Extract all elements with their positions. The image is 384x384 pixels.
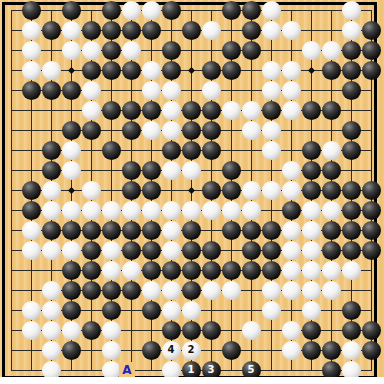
black-stone [62, 261, 81, 280]
black-stone [262, 241, 281, 260]
white-stone [322, 141, 341, 160]
white-stone [342, 1, 361, 20]
black-stone [62, 301, 81, 320]
black-stone [22, 201, 41, 220]
black-stone [82, 281, 101, 300]
black-stone [42, 141, 61, 160]
white-stone [322, 261, 341, 280]
black-stone [222, 161, 241, 180]
white-stone [342, 21, 361, 40]
move-number-stone: 4 [162, 341, 181, 360]
go-board-screenshot: 42135 A [0, 0, 384, 384]
black-stone [362, 61, 381, 80]
black-stone [142, 21, 161, 40]
black-stone [162, 61, 181, 80]
black-stone [142, 101, 161, 120]
black-stone [362, 201, 381, 220]
point-label-A: A [119, 362, 135, 378]
black-stone [182, 321, 201, 340]
black-stone [342, 81, 361, 100]
black-stone [122, 101, 141, 120]
black-stone [282, 201, 301, 220]
black-stone [102, 221, 121, 240]
black-stone [242, 221, 261, 240]
bottom-margin-strip [0, 377, 384, 384]
white-stone [242, 181, 261, 200]
black-stone [322, 241, 341, 260]
white-stone [102, 321, 121, 340]
black-stone [322, 341, 341, 360]
white-stone [82, 81, 101, 100]
white-stone [202, 201, 221, 220]
black-stone [162, 1, 181, 20]
black-stone [142, 301, 161, 320]
white-stone [262, 181, 281, 200]
black-stone [342, 321, 361, 340]
black-stone [182, 121, 201, 140]
black-stone [322, 61, 341, 80]
white-stone [42, 321, 61, 340]
white-stone [42, 301, 61, 320]
white-stone [42, 281, 61, 300]
black-stone [142, 181, 161, 200]
white-stone [82, 101, 101, 120]
white-stone [282, 61, 301, 80]
white-stone [82, 201, 101, 220]
black-stone [42, 81, 61, 100]
white-stone [62, 201, 81, 220]
black-stone [202, 241, 221, 260]
white-stone [162, 221, 181, 240]
white-stone [282, 321, 301, 340]
black-stone [102, 21, 121, 40]
white-stone [302, 221, 321, 240]
white-stone [302, 41, 321, 60]
black-stone [42, 221, 61, 240]
black-stone [322, 101, 341, 120]
black-stone [62, 341, 81, 360]
white-stone [42, 241, 61, 260]
white-stone [202, 81, 221, 100]
black-stone [222, 1, 241, 20]
black-stone [262, 101, 281, 120]
black-stone [182, 21, 201, 40]
white-stone [162, 241, 181, 260]
black-stone [202, 61, 221, 80]
black-stone [222, 181, 241, 200]
white-stone [42, 61, 61, 80]
white-stone [142, 1, 161, 20]
white-stone [282, 281, 301, 300]
white-stone [182, 201, 201, 220]
black-stone [62, 121, 81, 140]
black-stone [222, 41, 241, 60]
black-stone [102, 41, 121, 60]
white-stone [342, 261, 361, 280]
black-stone [342, 141, 361, 160]
go-board[interactable]: 42135 A [0, 0, 384, 377]
white-stone [142, 201, 161, 220]
white-stone [22, 301, 41, 320]
black-stone [102, 61, 121, 80]
black-stone [82, 261, 101, 280]
black-stone [82, 321, 101, 340]
white-stone [22, 61, 41, 80]
black-stone [362, 221, 381, 240]
white-stone [262, 301, 281, 320]
black-stone [182, 141, 201, 160]
black-stone [102, 1, 121, 20]
white-stone [222, 101, 241, 120]
black-stone [82, 121, 101, 140]
black-stone [22, 181, 41, 200]
black-stone [62, 281, 81, 300]
black-stone [82, 221, 101, 240]
white-stone [302, 241, 321, 260]
white-stone [242, 101, 261, 120]
black-stone [222, 341, 241, 360]
white-stone [282, 21, 301, 40]
black-stone [202, 121, 221, 140]
white-stone [182, 301, 201, 320]
black-stone [142, 241, 161, 260]
black-stone [42, 161, 61, 180]
black-stone [342, 241, 361, 260]
white-stone [22, 21, 41, 40]
move-number-stone: 2 [182, 341, 201, 360]
white-stone [22, 221, 41, 240]
white-stone [282, 261, 301, 280]
white-stone [282, 221, 301, 240]
white-stone [122, 201, 141, 220]
black-stone [82, 241, 101, 260]
white-stone [282, 181, 301, 200]
white-stone [162, 161, 181, 180]
white-stone [162, 201, 181, 220]
white-stone [282, 101, 301, 120]
white-stone [342, 341, 361, 360]
black-stone [182, 261, 201, 280]
white-stone [242, 121, 261, 140]
black-stone [22, 81, 41, 100]
black-stone [62, 221, 81, 240]
black-stone [242, 41, 261, 60]
white-stone [302, 301, 321, 320]
black-stone [142, 261, 161, 280]
black-stone [322, 161, 341, 180]
black-stone [242, 261, 261, 280]
white-stone [182, 161, 201, 180]
black-stone [142, 341, 161, 360]
white-stone [282, 161, 301, 180]
white-stone [142, 61, 161, 80]
black-stone [162, 141, 181, 160]
white-stone [102, 241, 121, 260]
white-stone [302, 201, 321, 220]
white-stone [22, 241, 41, 260]
white-stone [162, 81, 181, 100]
white-stone [222, 281, 241, 300]
black-stone [222, 61, 241, 80]
white-stone [282, 241, 301, 260]
black-stone [362, 181, 381, 200]
black-stone [242, 21, 261, 40]
black-stone [342, 221, 361, 240]
black-stone [182, 241, 201, 260]
white-stone [82, 181, 101, 200]
white-stone [282, 81, 301, 100]
white-stone [22, 321, 41, 340]
black-stone [302, 181, 321, 200]
white-stone [262, 141, 281, 160]
black-stone [182, 221, 201, 240]
white-stone [142, 121, 161, 140]
black-stone [42, 21, 61, 40]
white-stone [162, 101, 181, 120]
white-stone [62, 241, 81, 260]
black-stone [122, 221, 141, 240]
black-stone [142, 221, 161, 240]
black-stone [262, 261, 281, 280]
white-stone [62, 141, 81, 160]
black-stone [242, 241, 261, 260]
white-stone [62, 161, 81, 180]
black-stone [362, 41, 381, 60]
black-stone [342, 41, 361, 60]
black-stone [22, 1, 41, 20]
white-stone [102, 201, 121, 220]
white-stone [322, 281, 341, 300]
black-stone [342, 201, 361, 220]
black-stone [342, 181, 361, 200]
white-stone [262, 21, 281, 40]
black-stone [182, 101, 201, 120]
black-stone [302, 141, 321, 160]
white-stone [122, 1, 141, 20]
black-stone [122, 121, 141, 140]
white-stone [302, 281, 321, 300]
black-stone [322, 181, 341, 200]
white-stone [322, 41, 341, 60]
black-stone [322, 221, 341, 240]
black-stone [122, 21, 141, 40]
black-stone [122, 281, 141, 300]
white-stone [62, 321, 81, 340]
black-stone [202, 181, 221, 200]
black-stone [342, 121, 361, 140]
white-stone [202, 21, 221, 40]
white-stone [82, 41, 101, 60]
white-stone [322, 201, 341, 220]
black-stone [102, 141, 121, 160]
black-stone [122, 161, 141, 180]
white-stone [122, 41, 141, 60]
black-stone [102, 281, 121, 300]
white-stone [262, 281, 281, 300]
black-stone [202, 261, 221, 280]
white-stone [162, 281, 181, 300]
white-stone [262, 121, 281, 140]
black-stone [82, 21, 101, 40]
black-stone [142, 161, 161, 180]
black-stone [102, 101, 121, 120]
black-stone [162, 261, 181, 280]
black-stone [122, 61, 141, 80]
black-stone [82, 61, 101, 80]
black-stone [302, 101, 321, 120]
black-stone [362, 21, 381, 40]
white-stone [42, 341, 61, 360]
black-stone [122, 241, 141, 260]
black-stone [242, 1, 261, 20]
white-stone [242, 321, 261, 340]
black-stone [302, 321, 321, 340]
white-stone [222, 201, 241, 220]
white-stone [22, 41, 41, 60]
black-stone [362, 241, 381, 260]
white-stone [142, 81, 161, 100]
black-stone [222, 221, 241, 240]
black-stone [122, 181, 141, 200]
black-stone [362, 341, 381, 360]
white-stone [62, 41, 81, 60]
black-stone [262, 221, 281, 240]
white-stone [162, 121, 181, 140]
black-stone [162, 41, 181, 60]
black-stone [342, 301, 361, 320]
white-stone [102, 261, 121, 280]
black-stone [202, 141, 221, 160]
black-stone [342, 61, 361, 80]
white-stone [202, 281, 221, 300]
white-stone [282, 341, 301, 360]
white-stone [302, 261, 321, 280]
white-stone [42, 181, 61, 200]
white-stone [262, 61, 281, 80]
white-stone [122, 261, 141, 280]
black-stone [162, 321, 181, 340]
black-stone [182, 281, 201, 300]
black-stone [102, 301, 121, 320]
black-stone [302, 341, 321, 360]
black-stone [202, 101, 221, 120]
white-stone [242, 201, 261, 220]
white-stone [102, 341, 121, 360]
black-stone [202, 321, 221, 340]
white-stone [262, 81, 281, 100]
black-stone [62, 81, 81, 100]
black-stone [222, 261, 241, 280]
white-stone [42, 201, 61, 220]
white-stone [162, 301, 181, 320]
black-stone [62, 1, 81, 20]
white-stone [142, 281, 161, 300]
black-stone [362, 321, 381, 340]
white-stone [62, 21, 81, 40]
black-stone [302, 161, 321, 180]
white-stone [262, 1, 281, 20]
